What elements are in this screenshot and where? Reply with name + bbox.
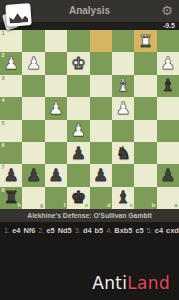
move-1-black[interactable]: Nf6 — [23, 226, 35, 235]
square-h5[interactable]: 5 — [0, 120, 22, 142]
square-f8[interactable]: f — [45, 187, 67, 209]
square-e3[interactable] — [67, 75, 89, 97]
square-g1[interactable] — [22, 30, 44, 52]
piece-white-pawn: ♟ — [26, 55, 41, 72]
move-number-3: 3. — [75, 226, 81, 235]
square-e5[interactable]: ♟ — [67, 120, 89, 142]
file-label-g: g — [40, 203, 43, 209]
square-g3[interactable] — [22, 75, 44, 97]
piece-black-bishop: ♝ — [160, 77, 175, 94]
rank-label-7: 7 — [2, 165, 5, 171]
move-list: 1.e4Nf62.e5Nd53.d4b54.Bxb5c55.c4cxd46.Qx… — [0, 222, 179, 237]
file-label-d: d — [107, 203, 110, 209]
square-e7[interactable] — [67, 164, 89, 186]
watermark-part1: Anti — [92, 273, 127, 293]
move-number-4: 4. — [106, 226, 112, 235]
square-f7[interactable]: ♟ — [45, 164, 67, 186]
square-h4[interactable]: 4 — [0, 97, 22, 119]
square-c5[interactable] — [112, 120, 134, 142]
square-a2[interactable]: ♟ — [157, 52, 179, 74]
square-d7[interactable]: ♟ — [90, 164, 112, 186]
piece-black-bishop: ♝ — [115, 189, 130, 206]
chess-board[interactable]: 1♜♟2♟♚♟3♝♝4♟♟5♟6♟♞♟7♟♟♟♟♜8hgf♚ed♝cba — [0, 30, 179, 209]
square-h1[interactable]: 1 — [0, 30, 22, 52]
piece-black-pawn: ♟ — [160, 167, 175, 184]
square-d1[interactable] — [90, 30, 112, 52]
square-b8[interactable]: b — [134, 187, 156, 209]
square-d4[interactable] — [90, 97, 112, 119]
piece-black-pawn: ♟ — [71, 145, 86, 162]
square-b6[interactable] — [134, 142, 156, 164]
settings-gear-icon[interactable]: ⚙ — [161, 0, 173, 22]
square-a7[interactable]: ♟ — [157, 164, 179, 186]
move-number-5: 5. — [147, 226, 153, 235]
move-4-black[interactable]: c5 — [135, 226, 143, 235]
square-c2[interactable] — [112, 52, 134, 74]
move-number-1: 1. — [4, 226, 10, 235]
square-g8[interactable]: g — [22, 187, 44, 209]
analysis-screen: Analysis ⚙ -9.5 1♜♟2♟♚♟3♝♝4♟♟5♟6♟♞♟7♟♟♟♟… — [0, 0, 179, 300]
square-a6[interactable] — [157, 142, 179, 164]
piece-white-pawn: ♟ — [71, 122, 86, 139]
piece-black-pawn: ♟ — [4, 167, 19, 184]
square-b3[interactable] — [134, 75, 156, 97]
square-c4[interactable]: ♟ — [112, 97, 134, 119]
move-3-black[interactable]: b5 — [95, 226, 104, 235]
square-f4[interactable]: ♟ — [45, 97, 67, 119]
square-e2[interactable]: ♚ — [67, 52, 89, 74]
rank-label-3: 3 — [2, 76, 5, 82]
square-f6[interactable] — [45, 142, 67, 164]
square-d8[interactable]: d — [90, 187, 112, 209]
square-b5[interactable] — [134, 120, 156, 142]
piece-black-pawn: ♟ — [26, 167, 41, 184]
square-b4[interactable] — [134, 97, 156, 119]
file-label-e: e — [85, 203, 88, 209]
file-label-a: a — [174, 203, 177, 209]
square-a1[interactable] — [157, 30, 179, 52]
piece-white-pawn: ♟ — [4, 55, 19, 72]
square-f5[interactable] — [45, 120, 67, 142]
square-e4[interactable] — [67, 97, 89, 119]
square-b7[interactable] — [134, 164, 156, 186]
move-number-2: 2. — [38, 226, 44, 235]
square-f1[interactable] — [45, 30, 67, 52]
rank-label-8: 8 — [2, 188, 5, 194]
square-f3[interactable] — [45, 75, 67, 97]
rank-label-2: 2 — [2, 53, 5, 59]
evaluation-score: -9.5 — [163, 22, 175, 30]
piece-black-pawn: ♟ — [48, 167, 63, 184]
square-b2[interactable] — [134, 52, 156, 74]
square-b1[interactable]: ♜ — [134, 30, 156, 52]
piece-white-pawn: ♟ — [160, 55, 175, 72]
square-g2[interactable]: ♟ — [22, 52, 44, 74]
square-h7[interactable]: ♟7 — [0, 164, 22, 186]
move-3-white[interactable]: d4 — [83, 226, 92, 235]
mountain-image-icon — [8, 6, 28, 23]
piece-white-pawn: ♟ — [115, 100, 130, 117]
square-c6[interactable]: ♞ — [112, 142, 134, 164]
move-1-white[interactable]: e4 — [12, 226, 20, 235]
square-d6[interactable] — [90, 142, 112, 164]
square-g5[interactable] — [22, 120, 44, 142]
square-a3[interactable]: ♝ — [157, 75, 179, 97]
piece-white-rook: ♜ — [138, 33, 153, 50]
piece-black-knight: ♞ — [115, 145, 130, 162]
opening-name: Alekhine's Defense: O'Sullivan Gambit — [0, 209, 179, 222]
square-e8[interactable]: ♚e — [67, 187, 89, 209]
square-e6[interactable]: ♟ — [67, 142, 89, 164]
square-c8[interactable]: ♝c — [112, 187, 134, 209]
square-a4[interactable] — [157, 97, 179, 119]
square-a5[interactable] — [157, 120, 179, 142]
file-label-f: f — [64, 203, 66, 209]
photo-thumbnail-icon[interactable] — [2, 2, 34, 32]
move-2-black[interactable]: Nd5 — [58, 226, 72, 235]
square-e1[interactable] — [67, 30, 89, 52]
rank-label-6: 6 — [2, 143, 5, 149]
move-5-white[interactable]: c4 — [155, 226, 163, 235]
square-h8[interactable]: ♜8h — [0, 187, 22, 209]
square-h6[interactable]: 6 — [0, 142, 22, 164]
file-label-h: h — [18, 203, 21, 209]
square-d5[interactable] — [90, 120, 112, 142]
square-f2[interactable] — [45, 52, 67, 74]
square-g7[interactable]: ♟ — [22, 164, 44, 186]
square-d2[interactable] — [90, 52, 112, 74]
move-2-white[interactable]: e5 — [47, 226, 55, 235]
move-4-white[interactable]: Bxb5 — [114, 226, 132, 235]
square-h2[interactable]: ♟2 — [0, 52, 22, 74]
move-5-black[interactable]: cxd4 — [166, 226, 179, 235]
file-label-b: b — [152, 203, 155, 209]
square-g4[interactable] — [22, 97, 44, 119]
square-c1[interactable] — [112, 30, 134, 52]
square-d3[interactable] — [90, 75, 112, 97]
photo-front-card — [5, 3, 31, 27]
square-g6[interactable] — [22, 142, 44, 164]
antiland-watermark: AntiLand — [92, 273, 170, 293]
watermark-part2: Land — [127, 273, 170, 293]
piece-white-bishop: ♝ — [115, 77, 130, 94]
square-c3[interactable]: ♝ — [112, 75, 134, 97]
rank-label-5: 5 — [2, 121, 5, 127]
piece-white-pawn: ♟ — [48, 100, 63, 117]
square-c7[interactable] — [112, 164, 134, 186]
square-a8[interactable]: a — [157, 187, 179, 209]
square-h3[interactable]: 3 — [0, 75, 22, 97]
file-label-c: c — [130, 203, 133, 209]
piece-black-king: ♚ — [71, 189, 86, 206]
piece-white-king: ♚ — [71, 55, 86, 72]
rank-label-4: 4 — [2, 98, 5, 104]
piece-black-pawn: ♟ — [93, 167, 108, 184]
